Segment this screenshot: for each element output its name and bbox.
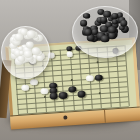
black-bowl-stone: [85, 29, 93, 36]
board-fold-seam: [104, 110, 106, 123]
white-bowl-stone: [32, 47, 41, 55]
black-stone: [95, 74, 103, 81]
black-stone-bowl: [72, 6, 138, 58]
white-stone: [21, 84, 29, 91]
black-bowl-stone: [108, 26, 117, 33]
star-point: [70, 79, 72, 81]
white-stone-bowl: [1, 26, 50, 79]
black-bowl-stone: [101, 35, 110, 43]
star-point: [99, 92, 101, 94]
go-board-photo: [0, 0, 140, 140]
white-bowl-stone: [18, 56, 26, 62]
black-bowl-stone: [80, 20, 88, 27]
black-stone: [68, 86, 77, 93]
star-point: [97, 61, 99, 63]
black-stone: [49, 92, 58, 99]
black-stone: [77, 90, 86, 97]
white-stone: [86, 75, 94, 82]
black-bowl-stone: [100, 17, 108, 24]
white-bowl-stone: [15, 33, 24, 41]
black-stone: [59, 91, 68, 98]
board-latch: [64, 115, 68, 119]
white-stone: [30, 78, 38, 85]
white-stone: [66, 51, 73, 57]
white-stone: [40, 88, 49, 95]
star-point: [44, 96, 46, 98]
white-bowl-stone: [26, 42, 35, 49]
